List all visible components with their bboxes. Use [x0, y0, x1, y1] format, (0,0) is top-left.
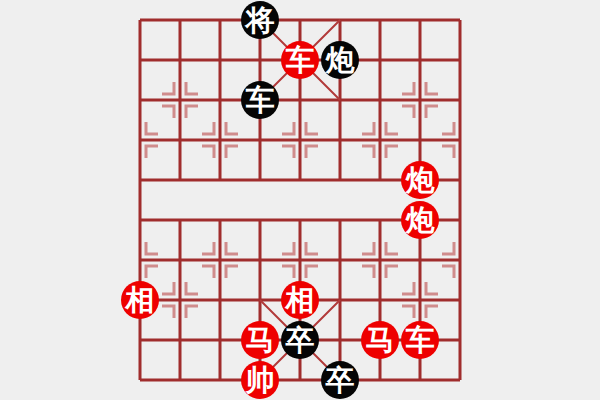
red-horse[interactable]: 马: [241, 321, 279, 359]
red-cannon[interactable]: 炮: [401, 161, 439, 199]
red-elephant[interactable]: 相: [121, 281, 159, 319]
board-intersections[interactable]: 将车炮车炮炮相相马卒马车帅卒: [120, 0, 480, 400]
black-soldier[interactable]: 卒: [321, 361, 359, 399]
black-soldier[interactable]: 卒: [281, 321, 319, 359]
black-general[interactable]: 将: [241, 1, 279, 39]
red-general[interactable]: 帅: [241, 361, 279, 399]
red-chariot[interactable]: 车: [401, 321, 439, 359]
black-chariot[interactable]: 车: [241, 81, 279, 119]
red-elephant[interactable]: 相: [281, 281, 319, 319]
red-horse[interactable]: 马: [361, 321, 399, 359]
red-chariot[interactable]: 车: [281, 41, 319, 79]
xiangqi-board: 将车炮车炮炮相相马卒马车帅卒: [0, 0, 600, 400]
black-cannon[interactable]: 炮: [321, 41, 359, 79]
red-cannon[interactable]: 炮: [401, 201, 439, 239]
